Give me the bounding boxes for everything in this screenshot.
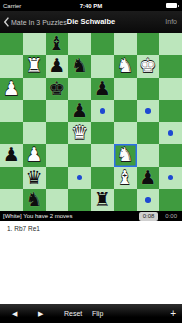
square-g8[interactable]: [137, 33, 160, 55]
info-button[interactable]: Info: [165, 11, 177, 33]
black-bishop-icon: ♝: [46, 33, 69, 55]
square-d8[interactable]: [68, 33, 91, 55]
square-b7[interactable]: ♜: [23, 55, 46, 77]
legal-move-dot: [168, 130, 174, 136]
square-c4[interactable]: [46, 122, 69, 144]
square-g4[interactable]: [137, 122, 160, 144]
white-queen-icon: ♛: [68, 122, 91, 144]
square-f3[interactable]: ♞: [114, 144, 137, 166]
rank-label-5: 5: [1, 100, 4, 106]
square-h7[interactable]: [159, 55, 182, 77]
square-e8[interactable]: [91, 33, 114, 55]
square-e4[interactable]: [91, 122, 114, 144]
black-pawn-icon: ♟: [137, 167, 160, 189]
white-knight-icon: ♞: [114, 55, 137, 77]
square-f4[interactable]: [114, 122, 137, 144]
square-d2[interactable]: [68, 167, 91, 189]
clock-time: 7:40 PM: [0, 2, 182, 10]
clocks: 0:08 0:00: [139, 211, 179, 221]
square-b8[interactable]: [23, 33, 46, 55]
bottom-toolbar: ◀ ▶ Reset Flip +: [0, 304, 182, 323]
white-pawn-icon: ♟: [23, 144, 46, 166]
rank-label-7: 7: [1, 55, 4, 61]
square-d1[interactable]: [68, 189, 91, 211]
square-h5[interactable]: [159, 100, 182, 122]
move-list-text: 1. Rb7 Re1: [7, 225, 40, 232]
square-a7[interactable]: 7: [0, 55, 23, 77]
square-b1[interactable]: ♞: [23, 189, 46, 211]
square-g1[interactable]: [137, 189, 160, 211]
square-e5[interactable]: [91, 100, 114, 122]
legal-move-dot: [77, 175, 83, 181]
square-h4[interactable]: [159, 122, 182, 144]
square-f5[interactable]: [114, 100, 137, 122]
move-list: 1. Rb7 Re1: [0, 221, 182, 304]
square-a2[interactable]: [0, 167, 23, 189]
white-knight-icon: ♞: [114, 144, 137, 166]
black-rook-icon: ♜: [91, 189, 114, 211]
square-e7[interactable]: [91, 55, 114, 77]
square-c5[interactable]: [46, 100, 69, 122]
black-pawn-icon: ♟: [46, 55, 69, 77]
square-f6[interactable]: [114, 78, 137, 100]
square-d4[interactable]: ♛: [68, 122, 91, 144]
square-d3[interactable]: [68, 144, 91, 166]
navigation-bar: Mate In 3 Puzzles Die Schwalbe Info: [0, 11, 182, 33]
square-g7[interactable]: ♚: [137, 55, 160, 77]
square-a4[interactable]: [0, 122, 23, 144]
square-h6[interactable]: [159, 78, 182, 100]
legal-move-dot: [145, 197, 151, 203]
black-knight-icon: ♞: [68, 55, 91, 77]
square-a8[interactable]: [0, 33, 23, 55]
square-h2[interactable]: [159, 167, 182, 189]
next-move-button[interactable]: ▶: [38, 304, 43, 323]
black-pawn-icon: ♟: [91, 78, 114, 100]
app-screen: Carrier 7:40 PM Mate In 3 Puzzles Die Sc…: [0, 0, 182, 323]
square-e6[interactable]: ♟: [91, 78, 114, 100]
white-pawn-icon: ♟: [0, 78, 23, 100]
square-a6[interactable]: ♟: [0, 78, 23, 100]
square-a5[interactable]: 5: [0, 100, 23, 122]
black-queen-icon: ♛: [23, 167, 46, 189]
square-e3[interactable]: [91, 144, 114, 166]
battery-icon: [166, 3, 177, 8]
white-king-icon: ♚: [137, 55, 160, 77]
square-a1[interactable]: 1: [0, 189, 23, 211]
square-g3[interactable]: [137, 144, 160, 166]
square-d7[interactable]: ♞: [68, 55, 91, 77]
chess-board: ♝7♜♟♞♞♚♟♚♟5♟♛3♟♟♞♛♝♟1♞♜: [0, 33, 182, 211]
rank-label-1: 1: [1, 189, 4, 195]
square-b2[interactable]: ♛: [23, 167, 46, 189]
square-c7[interactable]: ♟: [46, 55, 69, 77]
square-d5[interactable]: ♟: [68, 100, 91, 122]
square-g5[interactable]: [137, 100, 160, 122]
legal-move-dot: [168, 175, 174, 181]
page-title: Die Schwalbe: [0, 11, 182, 33]
flip-button[interactable]: Flip: [92, 304, 103, 323]
white-rook-icon: ♜: [23, 55, 46, 77]
square-f8[interactable]: [114, 33, 137, 55]
square-e2[interactable]: [91, 167, 114, 189]
black-king-icon: ♚: [46, 78, 69, 100]
status-bar: Carrier 7:40 PM: [0, 0, 182, 11]
square-b6[interactable]: [23, 78, 46, 100]
square-e1[interactable]: ♜: [91, 189, 114, 211]
game-status-strip: [White] You have 2 moves 0:08 0:00: [0, 211, 182, 221]
square-f1[interactable]: [114, 189, 137, 211]
square-c3[interactable]: [46, 144, 69, 166]
square-h3[interactable]: [159, 144, 182, 166]
legal-move-dot: [145, 108, 151, 114]
reset-button[interactable]: Reset: [64, 304, 82, 323]
square-b3[interactable]: ♟: [23, 144, 46, 166]
square-b4[interactable]: [23, 122, 46, 144]
square-g6[interactable]: [137, 78, 160, 100]
add-button[interactable]: +: [170, 304, 176, 323]
inactive-clock: 0:00: [165, 212, 179, 220]
black-knight-icon: ♞: [23, 189, 46, 211]
square-c8[interactable]: ♝: [46, 33, 69, 55]
square-a3[interactable]: 3♟: [0, 144, 23, 166]
black-pawn-icon: ♟: [0, 144, 23, 166]
black-pawn-icon: ♟: [68, 100, 91, 122]
square-g2[interactable]: ♟: [137, 167, 160, 189]
square-h8[interactable]: [159, 33, 182, 55]
turn-status-message: [White] You have 2 moves: [3, 211, 72, 221]
square-f7[interactable]: ♞: [114, 55, 137, 77]
square-c6[interactable]: ♚: [46, 78, 69, 100]
square-c1[interactable]: [46, 189, 69, 211]
square-c2[interactable]: [46, 167, 69, 189]
legal-move-dot: [100, 108, 106, 114]
active-clock: 0:08: [139, 212, 159, 221]
square-b5[interactable]: [23, 100, 46, 122]
square-h1[interactable]: [159, 189, 182, 211]
square-d6[interactable]: [68, 78, 91, 100]
square-f2[interactable]: ♝: [114, 167, 137, 189]
previous-move-button[interactable]: ◀: [12, 304, 17, 323]
white-bishop-icon: ♝: [114, 167, 137, 189]
